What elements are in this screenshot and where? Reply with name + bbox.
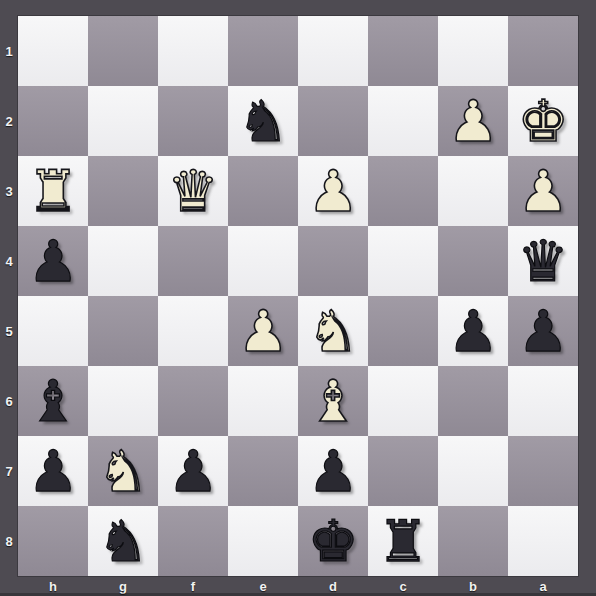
file-label-e: e: [228, 576, 298, 596]
square-f1[interactable]: [158, 16, 228, 86]
square-a2[interactable]: ♚: [508, 86, 578, 156]
square-b4[interactable]: [438, 226, 508, 296]
white-queen-f3[interactable]: ♛: [167, 156, 218, 226]
square-b8[interactable]: [438, 506, 508, 576]
file-labels: hgfedcba: [18, 576, 578, 596]
black-pawn-d7[interactable]: ♟: [307, 436, 358, 506]
rank-labels: 12345678: [0, 16, 18, 576]
file-label-g: g: [88, 576, 158, 596]
file-label-h: h: [18, 576, 88, 596]
file-label-f: f: [158, 576, 228, 596]
chess-board: ♞♟♚♜♛♟♟♟♛♟♞♟♟♝♝♟♞♟♟♞♚♜: [18, 16, 578, 576]
square-e8[interactable]: [228, 506, 298, 576]
square-a8[interactable]: [508, 506, 578, 576]
black-pawn-b5[interactable]: ♟: [447, 296, 498, 366]
square-e4[interactable]: [228, 226, 298, 296]
square-f3[interactable]: ♛: [158, 156, 228, 226]
square-e2[interactable]: ♞: [228, 86, 298, 156]
square-h3[interactable]: ♜: [18, 156, 88, 226]
square-a4[interactable]: ♛: [508, 226, 578, 296]
white-pawn-e5[interactable]: ♟: [237, 296, 288, 366]
file-label-c: c: [368, 576, 438, 596]
square-g7[interactable]: ♞: [88, 436, 158, 506]
square-f7[interactable]: ♟: [158, 436, 228, 506]
white-knight-g7[interactable]: ♞: [97, 436, 148, 506]
square-c4[interactable]: [368, 226, 438, 296]
white-knight-d5[interactable]: ♞: [307, 296, 358, 366]
square-g2[interactable]: [88, 86, 158, 156]
black-king-d8[interactable]: ♚: [307, 506, 358, 576]
square-b7[interactable]: [438, 436, 508, 506]
chess-diagram: 12345678 ♞♟♚♜♛♟♟♟♛♟♞♟♟♝♝♟♞♟♟♞♚♜ hgfedcba: [0, 0, 596, 596]
square-d7[interactable]: ♟: [298, 436, 368, 506]
square-c1[interactable]: [368, 16, 438, 86]
black-pawn-h4[interactable]: ♟: [27, 226, 78, 296]
square-d3[interactable]: ♟: [298, 156, 368, 226]
square-h2[interactable]: [18, 86, 88, 156]
square-c2[interactable]: [368, 86, 438, 156]
black-bishop-h6[interactable]: ♝: [27, 366, 78, 436]
rank-label-4: 4: [0, 226, 18, 296]
square-d5[interactable]: ♞: [298, 296, 368, 366]
square-a1[interactable]: [508, 16, 578, 86]
black-queen-a4[interactable]: ♛: [517, 226, 568, 296]
file-label-d: d: [298, 576, 368, 596]
white-king-a2[interactable]: ♚: [517, 86, 568, 156]
square-c7[interactable]: [368, 436, 438, 506]
square-g5[interactable]: [88, 296, 158, 366]
square-b5[interactable]: ♟: [438, 296, 508, 366]
square-e1[interactable]: [228, 16, 298, 86]
square-b2[interactable]: ♟: [438, 86, 508, 156]
square-d4[interactable]: [298, 226, 368, 296]
square-a5[interactable]: ♟: [508, 296, 578, 366]
black-rook-c8[interactable]: ♜: [377, 506, 428, 576]
rank-label-7: 7: [0, 436, 18, 506]
square-e6[interactable]: [228, 366, 298, 436]
white-pawn-b2[interactable]: ♟: [447, 86, 498, 156]
square-d1[interactable]: [298, 16, 368, 86]
white-bishop-d6[interactable]: ♝: [307, 366, 358, 436]
square-f4[interactable]: [158, 226, 228, 296]
rank-label-2: 2: [0, 86, 18, 156]
square-a7[interactable]: [508, 436, 578, 506]
square-c3[interactable]: [368, 156, 438, 226]
square-h8[interactable]: [18, 506, 88, 576]
square-b1[interactable]: [438, 16, 508, 86]
square-a6[interactable]: [508, 366, 578, 436]
square-f5[interactable]: [158, 296, 228, 366]
square-e5[interactable]: ♟: [228, 296, 298, 366]
square-d6[interactable]: ♝: [298, 366, 368, 436]
rank-label-8: 8: [0, 506, 18, 576]
square-g3[interactable]: [88, 156, 158, 226]
white-rook-h3[interactable]: ♜: [27, 156, 78, 226]
square-f6[interactable]: [158, 366, 228, 436]
black-pawn-h7[interactable]: ♟: [27, 436, 78, 506]
black-knight-e2[interactable]: ♞: [237, 86, 288, 156]
black-pawn-a5[interactable]: ♟: [517, 296, 568, 366]
square-h7[interactable]: ♟: [18, 436, 88, 506]
square-g8[interactable]: ♞: [88, 506, 158, 576]
white-pawn-d3[interactable]: ♟: [307, 156, 358, 226]
square-c8[interactable]: ♜: [368, 506, 438, 576]
square-a3[interactable]: ♟: [508, 156, 578, 226]
rank-label-6: 6: [0, 366, 18, 436]
rank-label-3: 3: [0, 156, 18, 226]
square-d8[interactable]: ♚: [298, 506, 368, 576]
file-label-b: b: [438, 576, 508, 596]
square-g4[interactable]: [88, 226, 158, 296]
square-h5[interactable]: [18, 296, 88, 366]
rank-label-5: 5: [0, 296, 18, 366]
square-b6[interactable]: [438, 366, 508, 436]
square-h4[interactable]: ♟: [18, 226, 88, 296]
square-g1[interactable]: [88, 16, 158, 86]
square-h6[interactable]: ♝: [18, 366, 88, 436]
square-f8[interactable]: [158, 506, 228, 576]
square-c6[interactable]: [368, 366, 438, 436]
square-e7[interactable]: [228, 436, 298, 506]
square-d2[interactable]: [298, 86, 368, 156]
rank-label-1: 1: [0, 16, 18, 86]
square-e3[interactable]: [228, 156, 298, 226]
square-c5[interactable]: [368, 296, 438, 366]
square-g6[interactable]: [88, 366, 158, 436]
black-knight-g8[interactable]: ♞: [97, 506, 148, 576]
white-pawn-a3[interactable]: ♟: [517, 156, 568, 226]
square-f2[interactable]: [158, 86, 228, 156]
square-h1[interactable]: [18, 16, 88, 86]
file-label-a: a: [508, 576, 578, 596]
black-pawn-f7[interactable]: ♟: [167, 436, 218, 506]
square-b3[interactable]: [438, 156, 508, 226]
